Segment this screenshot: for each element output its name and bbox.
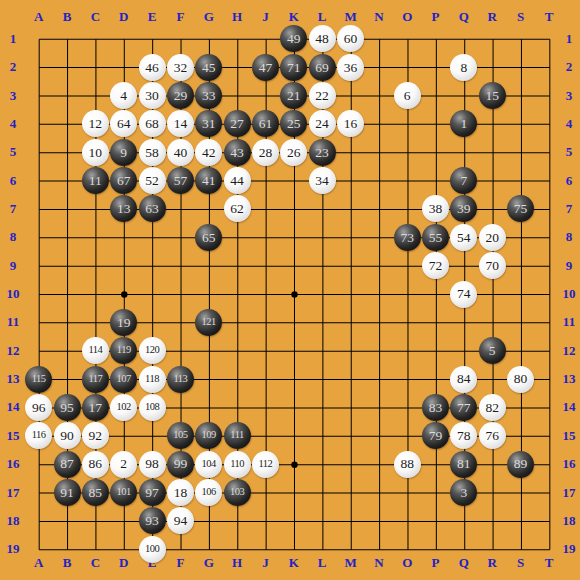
stone-G2: 45	[195, 54, 222, 81]
column-label-bottom-P: P	[432, 555, 440, 571]
stone-S16: 89	[507, 451, 534, 478]
stone-C5: 10	[82, 139, 109, 166]
stone-P15: 79	[422, 422, 449, 449]
row-label-left-8: 8	[10, 229, 17, 245]
stone-R15: 76	[479, 422, 506, 449]
column-label-top-B: B	[63, 9, 72, 25]
column-label-top-N: N	[374, 9, 383, 25]
column-label-bottom-Q: Q	[459, 555, 469, 571]
stone-R3: 15	[479, 82, 506, 109]
stone-E4: 68	[139, 110, 166, 137]
stone-J4: 61	[252, 110, 279, 137]
column-label-top-J: J	[262, 9, 269, 25]
stone-D14: 102	[110, 394, 137, 421]
row-label-left-12: 12	[7, 343, 20, 359]
column-label-bottom-O: O	[402, 555, 412, 571]
stone-E2: 46	[139, 54, 166, 81]
stone-G6: 41	[195, 167, 222, 194]
stone-F5: 40	[167, 139, 194, 166]
row-label-right-5: 5	[566, 144, 573, 160]
column-label-top-C: C	[91, 9, 100, 25]
row-label-right-12: 12	[563, 343, 576, 359]
stone-E16: 98	[139, 451, 166, 478]
stone-E3: 30	[139, 82, 166, 109]
stone-L1: 48	[309, 25, 336, 52]
stone-E18: 93	[139, 507, 166, 534]
stone-F2: 32	[167, 54, 194, 81]
stone-A13: 115	[25, 366, 52, 393]
column-label-top-D: D	[119, 9, 128, 25]
column-label-bottom-L: L	[318, 555, 327, 571]
stone-G17: 106	[195, 479, 222, 506]
goban[interactable]: 1234567891011121314151617181920212223242…	[25, 25, 564, 564]
column-label-top-L: L	[318, 9, 327, 25]
stone-P8: 55	[422, 224, 449, 251]
stone-D3: 4	[110, 82, 137, 109]
row-label-right-2: 2	[566, 59, 573, 75]
stone-C14: 17	[82, 394, 109, 421]
go-board-page: 1234567891011121314151617181920212223242…	[0, 0, 580, 580]
row-label-right-9: 9	[566, 258, 573, 274]
stone-G3: 33	[195, 82, 222, 109]
stone-E19: 100	[139, 536, 166, 563]
row-label-left-5: 5	[10, 144, 17, 160]
stone-D6: 67	[110, 167, 137, 194]
column-label-top-E: E	[148, 9, 157, 25]
stone-M4: 16	[337, 110, 364, 137]
stone-L6: 34	[309, 167, 336, 194]
row-label-right-18: 18	[563, 513, 576, 529]
stone-F16: 99	[167, 451, 194, 478]
column-label-top-P: P	[432, 9, 440, 25]
stone-H4: 27	[224, 110, 251, 137]
stone-E7: 63	[139, 195, 166, 222]
row-label-right-3: 3	[566, 88, 573, 104]
stone-H5: 43	[224, 139, 251, 166]
stone-K4: 25	[280, 110, 307, 137]
row-label-right-14: 14	[563, 399, 576, 415]
row-label-left-18: 18	[7, 513, 20, 529]
column-label-top-G: G	[204, 9, 214, 25]
column-label-top-A: A	[34, 9, 43, 25]
row-label-left-14: 14	[7, 399, 20, 415]
stone-F13: 113	[167, 366, 194, 393]
row-label-left-6: 6	[10, 173, 17, 189]
stone-H7: 62	[224, 195, 251, 222]
stone-D12: 119	[110, 337, 137, 364]
stone-P9: 72	[422, 252, 449, 279]
row-label-right-7: 7	[566, 201, 573, 217]
stone-Q16: 81	[450, 451, 477, 478]
stone-C4: 12	[82, 110, 109, 137]
stone-Q10: 74	[450, 281, 477, 308]
stones-layer: 1234567891011121314151617181920212223242…	[25, 25, 564, 564]
column-label-bottom-D: D	[119, 555, 128, 571]
stone-Q14: 77	[450, 394, 477, 421]
row-label-right-15: 15	[563, 428, 576, 444]
column-label-top-F: F	[176, 9, 184, 25]
stone-G11: 121	[195, 309, 222, 336]
stone-K2: 71	[280, 54, 307, 81]
row-label-right-13: 13	[563, 371, 576, 387]
stone-K1: 49	[280, 25, 307, 52]
stone-B15: 90	[54, 422, 81, 449]
column-label-top-R: R	[488, 9, 497, 25]
column-label-top-O: O	[402, 9, 412, 25]
stone-F18: 94	[167, 507, 194, 534]
stone-C12: 114	[82, 337, 109, 364]
row-label-left-10: 10	[7, 286, 20, 302]
stone-O3: 6	[394, 82, 421, 109]
column-label-top-H: H	[232, 9, 242, 25]
stone-Q4: 1	[450, 110, 477, 137]
stone-O8: 73	[394, 224, 421, 251]
stone-E14: 108	[139, 394, 166, 421]
row-label-left-2: 2	[10, 59, 17, 75]
stone-M2: 36	[337, 54, 364, 81]
row-label-left-9: 9	[10, 258, 17, 274]
stone-C17: 85	[82, 479, 109, 506]
row-label-right-16: 16	[563, 456, 576, 472]
stone-O16: 88	[394, 451, 421, 478]
stone-G16: 104	[195, 451, 222, 478]
row-label-right-19: 19	[563, 541, 576, 557]
stone-B14: 95	[54, 394, 81, 421]
stone-R14: 82	[479, 394, 506, 421]
column-label-bottom-R: R	[488, 555, 497, 571]
stone-C15: 92	[82, 422, 109, 449]
row-label-right-10: 10	[563, 286, 576, 302]
stone-R12: 5	[479, 337, 506, 364]
stone-D7: 13	[110, 195, 137, 222]
stone-Q7: 39	[450, 195, 477, 222]
stone-D5: 9	[110, 139, 137, 166]
stone-L5: 23	[309, 139, 336, 166]
row-label-right-8: 8	[566, 229, 573, 245]
row-label-left-11: 11	[7, 314, 19, 330]
stone-F4: 14	[167, 110, 194, 137]
stone-E13: 118	[139, 366, 166, 393]
stone-H16: 110	[224, 451, 251, 478]
column-label-bottom-K: K	[289, 555, 299, 571]
stone-E12: 120	[139, 337, 166, 364]
row-label-right-4: 4	[566, 116, 573, 132]
stone-P7: 38	[422, 195, 449, 222]
stone-H6: 44	[224, 167, 251, 194]
stone-C13: 117	[82, 366, 109, 393]
stone-R9: 70	[479, 252, 506, 279]
stone-Q2: 8	[450, 54, 477, 81]
stone-A15: 116	[25, 422, 52, 449]
stone-D17: 101	[110, 479, 137, 506]
column-label-bottom-G: G	[204, 555, 214, 571]
column-label-top-S: S	[517, 9, 524, 25]
stone-L2: 69	[309, 54, 336, 81]
stone-Q8: 54	[450, 224, 477, 251]
stone-L3: 22	[309, 82, 336, 109]
stone-G8: 65	[195, 224, 222, 251]
stone-E17: 97	[139, 479, 166, 506]
column-label-top-K: K	[289, 9, 299, 25]
stone-J2: 47	[252, 54, 279, 81]
stone-A14: 96	[25, 394, 52, 421]
row-label-left-4: 4	[10, 116, 17, 132]
stone-D13: 107	[110, 366, 137, 393]
stone-G4: 31	[195, 110, 222, 137]
stone-B16: 87	[54, 451, 81, 478]
stone-C16: 86	[82, 451, 109, 478]
row-label-right-6: 6	[566, 173, 573, 189]
stone-S13: 80	[507, 366, 534, 393]
column-label-bottom-B: B	[63, 555, 72, 571]
row-label-left-17: 17	[7, 485, 20, 501]
column-label-top-M: M	[344, 9, 356, 25]
column-label-bottom-C: C	[91, 555, 100, 571]
row-label-left-19: 19	[7, 541, 20, 557]
row-label-left-1: 1	[10, 31, 17, 47]
row-label-right-17: 17	[563, 485, 576, 501]
stone-Q6: 7	[450, 167, 477, 194]
column-label-bottom-M: M	[344, 555, 356, 571]
stone-M1: 60	[337, 25, 364, 52]
column-label-bottom-F: F	[176, 555, 184, 571]
stone-P14: 83	[422, 394, 449, 421]
row-label-right-11: 11	[563, 314, 575, 330]
stone-R8: 20	[479, 224, 506, 251]
column-label-bottom-J: J	[262, 555, 269, 571]
stone-F15: 105	[167, 422, 194, 449]
row-label-left-13: 13	[7, 371, 20, 387]
stone-H17: 103	[224, 479, 251, 506]
stone-H15: 111	[224, 422, 251, 449]
stone-F3: 29	[167, 82, 194, 109]
stone-C6: 11	[82, 167, 109, 194]
stone-Q17: 3	[450, 479, 477, 506]
stone-J5: 28	[252, 139, 279, 166]
row-label-left-15: 15	[7, 428, 20, 444]
stone-B17: 91	[54, 479, 81, 506]
stone-K3: 21	[280, 82, 307, 109]
stone-J16: 112	[252, 451, 279, 478]
column-label-top-Q: Q	[459, 9, 469, 25]
stone-D16: 2	[110, 451, 137, 478]
stone-D11: 19	[110, 309, 137, 336]
stone-E6: 52	[139, 167, 166, 194]
column-label-bottom-S: S	[517, 555, 524, 571]
stone-E5: 58	[139, 139, 166, 166]
stone-Q13: 84	[450, 366, 477, 393]
row-label-left-3: 3	[10, 88, 17, 104]
row-label-left-16: 16	[7, 456, 20, 472]
stone-D4: 64	[110, 110, 137, 137]
stone-Q15: 78	[450, 422, 477, 449]
stone-L4: 24	[309, 110, 336, 137]
column-label-bottom-H: H	[232, 555, 242, 571]
column-label-bottom-N: N	[374, 555, 383, 571]
row-label-right-1: 1	[566, 31, 573, 47]
column-label-bottom-T: T	[545, 555, 554, 571]
stone-G5: 42	[195, 139, 222, 166]
row-label-left-7: 7	[10, 201, 17, 217]
stone-F6: 57	[167, 167, 194, 194]
stone-K5: 26	[280, 139, 307, 166]
column-label-top-T: T	[545, 9, 554, 25]
stone-G15: 109	[195, 422, 222, 449]
stone-S7: 75	[507, 195, 534, 222]
stone-F17: 18	[167, 479, 194, 506]
column-label-bottom-A: A	[34, 555, 43, 571]
